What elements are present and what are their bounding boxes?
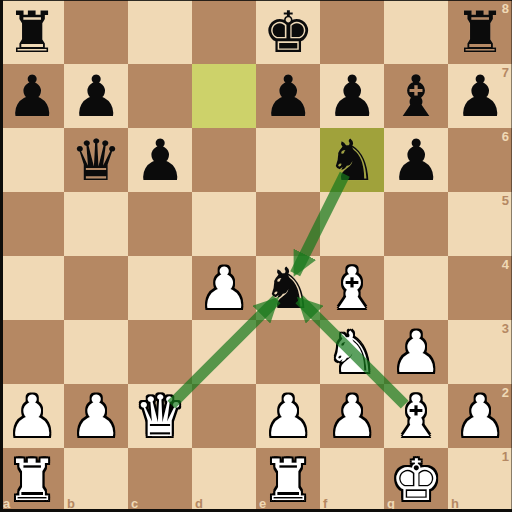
- square-a8[interactable]: ♜: [0, 0, 64, 64]
- square-g5[interactable]: [384, 192, 448, 256]
- square-d1[interactable]: d: [192, 448, 256, 512]
- black-pawn[interactable]: ♟: [0, 64, 64, 128]
- square-a3[interactable]: [0, 320, 64, 384]
- square-c4[interactable]: [128, 256, 192, 320]
- square-g8[interactable]: [384, 0, 448, 64]
- square-h4[interactable]: 4: [448, 256, 512, 320]
- square-d5[interactable]: [192, 192, 256, 256]
- square-a2[interactable]: ♟: [0, 384, 64, 448]
- square-c8[interactable]: [128, 0, 192, 64]
- black-pawn[interactable]: ♟: [320, 64, 384, 128]
- rank-label-6: 6: [502, 130, 509, 143]
- white-knight[interactable]: ♞: [320, 320, 384, 384]
- black-knight[interactable]: ♞: [320, 128, 384, 192]
- board-edge-top: [0, 0, 512, 1]
- rank-label-1: 1: [502, 450, 509, 463]
- black-pawn[interactable]: ♟: [64, 64, 128, 128]
- square-g4[interactable]: [384, 256, 448, 320]
- black-pawn[interactable]: ♟: [384, 128, 448, 192]
- square-d3[interactable]: [192, 320, 256, 384]
- square-d2[interactable]: [192, 384, 256, 448]
- square-f6[interactable]: ♞: [320, 128, 384, 192]
- square-a4[interactable]: [0, 256, 64, 320]
- square-g6[interactable]: ♟: [384, 128, 448, 192]
- square-h1[interactable]: h1: [448, 448, 512, 512]
- square-d6[interactable]: [192, 128, 256, 192]
- rank-label-7: 7: [502, 66, 509, 79]
- black-pawn[interactable]: ♟: [128, 128, 192, 192]
- square-g3[interactable]: ♟: [384, 320, 448, 384]
- square-c7[interactable]: [128, 64, 192, 128]
- square-f7[interactable]: ♟: [320, 64, 384, 128]
- white-pawn[interactable]: ♟: [256, 384, 320, 448]
- square-b8[interactable]: [64, 0, 128, 64]
- square-g1[interactable]: ♚g: [384, 448, 448, 512]
- square-b7[interactable]: ♟: [64, 64, 128, 128]
- rank-label-3: 3: [502, 322, 509, 335]
- white-pawn[interactable]: ♟: [64, 384, 128, 448]
- square-h3[interactable]: 3: [448, 320, 512, 384]
- square-a6[interactable]: [0, 128, 64, 192]
- rank-label-5: 5: [502, 194, 509, 207]
- white-queen[interactable]: ♛: [128, 384, 192, 448]
- square-b6[interactable]: ♛: [64, 128, 128, 192]
- black-rook[interactable]: ♜: [0, 0, 64, 64]
- square-h8[interactable]: ♜8: [448, 0, 512, 64]
- board-squares: ♜♚♜8♟♟♟♟♝♟7♛♟♞♟65♟♞♝4♞♟3♟♟♛♟♟♝♟2♜abcd♜ef…: [0, 0, 512, 512]
- white-pawn[interactable]: ♟: [192, 256, 256, 320]
- square-c5[interactable]: [128, 192, 192, 256]
- black-king[interactable]: ♚: [256, 0, 320, 64]
- rank-label-2: 2: [502, 386, 509, 399]
- square-b5[interactable]: [64, 192, 128, 256]
- square-c3[interactable]: [128, 320, 192, 384]
- square-e2[interactable]: ♟: [256, 384, 320, 448]
- square-b3[interactable]: [64, 320, 128, 384]
- square-d7[interactable]: [192, 64, 256, 128]
- square-h6[interactable]: 6: [448, 128, 512, 192]
- square-d8[interactable]: [192, 0, 256, 64]
- square-f2[interactable]: ♟: [320, 384, 384, 448]
- square-e1[interactable]: ♜e: [256, 448, 320, 512]
- white-pawn[interactable]: ♟: [320, 384, 384, 448]
- black-queen[interactable]: ♛: [64, 128, 128, 192]
- rank-label-8: 8: [502, 2, 509, 15]
- white-pawn[interactable]: ♟: [384, 320, 448, 384]
- white-bishop[interactable]: ♝: [384, 384, 448, 448]
- square-f1[interactable]: f: [320, 448, 384, 512]
- square-e7[interactable]: ♟: [256, 64, 320, 128]
- chess-board: ♜♚♜8♟♟♟♟♝♟7♛♟♞♟65♟♞♝4♞♟3♟♟♛♟♟♝♟2♜abcd♜ef…: [0, 0, 512, 512]
- square-c6[interactable]: ♟: [128, 128, 192, 192]
- square-b2[interactable]: ♟: [64, 384, 128, 448]
- square-f5[interactable]: [320, 192, 384, 256]
- square-d4[interactable]: ♟: [192, 256, 256, 320]
- square-e5[interactable]: [256, 192, 320, 256]
- square-h2[interactable]: ♟2: [448, 384, 512, 448]
- square-h7[interactable]: ♟7: [448, 64, 512, 128]
- square-c1[interactable]: c: [128, 448, 192, 512]
- square-g2[interactable]: ♝: [384, 384, 448, 448]
- square-f8[interactable]: [320, 0, 384, 64]
- white-bishop[interactable]: ♝: [320, 256, 384, 320]
- square-e4[interactable]: ♞: [256, 256, 320, 320]
- square-c2[interactable]: ♛: [128, 384, 192, 448]
- square-a1[interactable]: ♜a: [0, 448, 64, 512]
- square-h5[interactable]: 5: [448, 192, 512, 256]
- square-a5[interactable]: [0, 192, 64, 256]
- square-f3[interactable]: ♞: [320, 320, 384, 384]
- square-e6[interactable]: [256, 128, 320, 192]
- square-a7[interactable]: ♟: [0, 64, 64, 128]
- square-b4[interactable]: [64, 256, 128, 320]
- square-g7[interactable]: ♝: [384, 64, 448, 128]
- board-edge-left: [0, 0, 3, 512]
- rank-label-4: 4: [502, 258, 509, 271]
- white-pawn[interactable]: ♟: [0, 384, 64, 448]
- black-bishop[interactable]: ♝: [384, 64, 448, 128]
- black-knight[interactable]: ♞: [256, 256, 320, 320]
- square-e3[interactable]: [256, 320, 320, 384]
- square-b1[interactable]: b: [64, 448, 128, 512]
- square-e8[interactable]: ♚: [256, 0, 320, 64]
- black-pawn[interactable]: ♟: [256, 64, 320, 128]
- square-f4[interactable]: ♝: [320, 256, 384, 320]
